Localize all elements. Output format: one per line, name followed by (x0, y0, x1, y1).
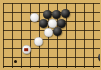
white-stone[interactable] (30, 13, 39, 22)
go-board-screenshot (0, 0, 100, 70)
black-stone-clipped[interactable] (98, 53, 101, 62)
go-board[interactable] (0, 0, 100, 70)
white-stone[interactable] (44, 28, 53, 37)
grid-line-horizontal (3, 48, 101, 49)
star-point (14, 60, 17, 63)
black-stone[interactable] (43, 10, 52, 19)
black-stone[interactable] (61, 9, 70, 18)
square-marker-icon (25, 48, 29, 52)
board-bottom-edge-line (3, 66, 101, 68)
grid-line-horizontal (3, 3, 101, 4)
grid-line-horizontal (3, 57, 101, 58)
white-stone[interactable] (34, 37, 43, 46)
white-stone-marked[interactable] (22, 45, 31, 54)
black-stone[interactable] (52, 10, 61, 19)
grid-line-horizontal (3, 39, 101, 40)
black-stone[interactable] (53, 27, 62, 36)
